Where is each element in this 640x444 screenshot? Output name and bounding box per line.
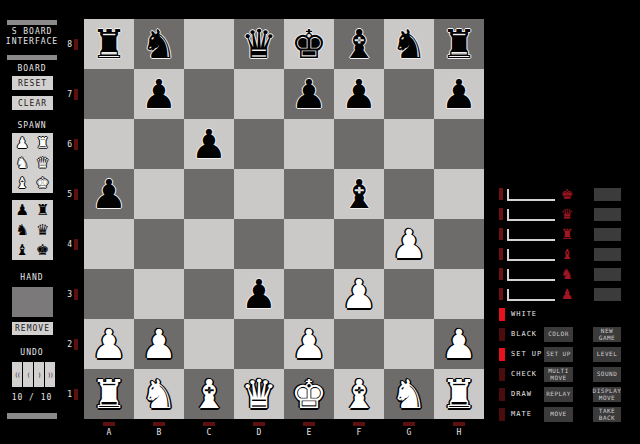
pawn-counter-track bbox=[507, 289, 555, 301]
queen-counter-indicator bbox=[499, 208, 503, 220]
square-d5[interactable] bbox=[234, 169, 284, 219]
bishop-counter-track bbox=[507, 249, 555, 261]
square-f5[interactable]: ♝ bbox=[334, 169, 384, 219]
black-pawn: ♟ bbox=[241, 269, 277, 319]
knight-counter-display[interactable] bbox=[594, 268, 621, 281]
square-f8[interactable]: ♝ bbox=[334, 19, 384, 69]
black-knight: ♞ bbox=[391, 19, 427, 69]
square-d4[interactable] bbox=[234, 219, 284, 269]
file-tick bbox=[303, 422, 315, 426]
square-d6[interactable] bbox=[234, 119, 284, 169]
square-h8[interactable]: ♜ bbox=[434, 19, 484, 69]
square-e4[interactable] bbox=[284, 219, 334, 269]
file-tick bbox=[453, 422, 465, 426]
square-e2[interactable]: ♟ bbox=[284, 319, 334, 369]
square-c5[interactable] bbox=[184, 169, 234, 219]
square-g6[interactable] bbox=[384, 119, 434, 169]
replay-button[interactable]: REPLAY bbox=[544, 387, 573, 402]
rank-label-row-7: 7 bbox=[58, 69, 78, 119]
spawn-black-bishop[interactable]: ♝ bbox=[12, 240, 33, 260]
white-king: ♚ bbox=[291, 369, 327, 419]
rank-tick bbox=[74, 89, 78, 100]
square-a1[interactable]: ♜ bbox=[84, 369, 134, 419]
white-rook: ♜ bbox=[441, 369, 477, 419]
black-bishop: ♝ bbox=[341, 169, 377, 219]
file-label: F bbox=[357, 428, 362, 437]
rank-label: 1 bbox=[67, 390, 72, 399]
square-a3[interactable] bbox=[84, 269, 134, 319]
pawn-counter-indicator bbox=[499, 288, 503, 300]
black-pawn: ♟ bbox=[341, 69, 377, 119]
file-label: D bbox=[257, 428, 262, 437]
square-a7[interactable] bbox=[84, 69, 134, 119]
square-a6[interactable] bbox=[84, 119, 134, 169]
square-g4[interactable]: ♟ bbox=[384, 219, 434, 269]
square-b8[interactable]: ♞ bbox=[134, 19, 184, 69]
square-b6[interactable] bbox=[134, 119, 184, 169]
square-c3[interactable] bbox=[184, 269, 234, 319]
square-d1[interactable]: ♛ bbox=[234, 369, 284, 419]
rank-label-row-2: 2 bbox=[58, 319, 78, 369]
rank-tick bbox=[74, 289, 78, 300]
square-b2[interactable]: ♟ bbox=[134, 319, 184, 369]
rank-label: 7 bbox=[67, 90, 72, 99]
clear-button[interactable]: CLEAR bbox=[12, 96, 53, 110]
square-c7[interactable] bbox=[184, 69, 234, 119]
square-c6[interactable]: ♟ bbox=[184, 119, 234, 169]
square-b4[interactable] bbox=[134, 219, 184, 269]
queen-icon: ♛ bbox=[557, 208, 577, 221]
move-button[interactable]: MOVE bbox=[544, 407, 573, 422]
file-label-col-a: A bbox=[84, 419, 134, 437]
app-title: S BOARD INTERFACE bbox=[0, 27, 64, 47]
black-rook: ♜ bbox=[441, 19, 477, 69]
square-d2[interactable] bbox=[234, 319, 284, 369]
file-tick bbox=[203, 422, 215, 426]
set-up-indicator-light bbox=[499, 348, 505, 361]
black-bishop: ♝ bbox=[341, 19, 377, 69]
draw-indicator-label: DRAW bbox=[511, 388, 532, 401]
square-f7[interactable]: ♟ bbox=[334, 69, 384, 119]
rook-counter-track bbox=[507, 229, 555, 241]
white-bishop: ♝ bbox=[341, 369, 377, 419]
square-g8[interactable]: ♞ bbox=[384, 19, 434, 69]
redo-button[interactable]: ) bbox=[34, 362, 44, 387]
white-bishop: ♝ bbox=[191, 369, 227, 419]
black-pawn: ♟ bbox=[141, 69, 177, 119]
square-b7[interactable]: ♟ bbox=[134, 69, 184, 119]
board-section-label: BOARD bbox=[0, 64, 64, 73]
bishop-icon: ♝ bbox=[557, 248, 577, 261]
rank-tick bbox=[74, 239, 78, 250]
king-counter-track bbox=[507, 189, 555, 201]
draw-indicator-light bbox=[499, 388, 505, 401]
square-g1[interactable]: ♞ bbox=[384, 369, 434, 419]
sidebar-top-divider bbox=[7, 20, 57, 25]
white-rook: ♜ bbox=[91, 369, 127, 419]
square-a5[interactable]: ♟ bbox=[84, 169, 134, 219]
rank-tick bbox=[74, 39, 78, 50]
app-title-line1: S BOARD bbox=[0, 27, 64, 37]
white-indicator-light bbox=[499, 308, 505, 321]
square-c4[interactable] bbox=[184, 219, 234, 269]
square-a2[interactable]: ♟ bbox=[84, 319, 134, 369]
square-a4[interactable] bbox=[84, 219, 134, 269]
rank-tick bbox=[74, 139, 78, 150]
square-e3[interactable] bbox=[284, 269, 334, 319]
mate-indicator-light bbox=[499, 408, 505, 421]
multi-move-button[interactable]: MULTI MOVE bbox=[544, 367, 573, 382]
square-e8[interactable]: ♚ bbox=[284, 19, 334, 69]
square-c2[interactable] bbox=[184, 319, 234, 369]
square-f2[interactable] bbox=[334, 319, 384, 369]
file-label-col-d: D bbox=[234, 419, 284, 437]
file-tick bbox=[153, 422, 165, 426]
undo-counter: 10 / 10 bbox=[0, 393, 64, 402]
rook-counter-indicator bbox=[499, 228, 503, 240]
black-knight: ♞ bbox=[141, 19, 177, 69]
set-up-indicator-label: SET UP bbox=[511, 348, 542, 361]
spawn-black-queen[interactable]: ♛ bbox=[33, 220, 54, 240]
square-e6[interactable] bbox=[284, 119, 334, 169]
hand-section-label: HAND bbox=[0, 273, 64, 282]
hand-slot[interactable] bbox=[12, 287, 53, 317]
square-h1[interactable]: ♜ bbox=[434, 369, 484, 419]
black-queen: ♛ bbox=[241, 19, 277, 69]
file-tick bbox=[403, 422, 415, 426]
knight-counter-track bbox=[507, 269, 555, 281]
file-label-col-h: H bbox=[434, 419, 484, 437]
rank-tick bbox=[74, 189, 78, 200]
spawn-white-knight[interactable]: ♞ bbox=[12, 153, 33, 173]
rank-label-row-3: 3 bbox=[58, 269, 78, 319]
check-indicator-light bbox=[499, 368, 505, 381]
black-pawn: ♟ bbox=[91, 169, 127, 219]
square-a8[interactable]: ♜ bbox=[84, 19, 134, 69]
king-counter-indicator bbox=[499, 188, 503, 200]
square-h4[interactable] bbox=[434, 219, 484, 269]
check-indicator-label: CHECK bbox=[511, 368, 537, 381]
new-game-button[interactable]: NEW GAME bbox=[593, 327, 621, 342]
rook-counter-display[interactable] bbox=[594, 228, 621, 241]
white-pawn: ♟ bbox=[141, 319, 177, 369]
remove-button[interactable]: REMOVE bbox=[12, 322, 53, 335]
take-back-button[interactable]: TAKE BACK bbox=[593, 407, 621, 422]
square-d3[interactable]: ♟ bbox=[234, 269, 284, 319]
square-d7[interactable] bbox=[234, 69, 284, 119]
white-queen: ♛ bbox=[241, 369, 277, 419]
white-indicator-label: WHITE bbox=[511, 308, 537, 321]
black-rook: ♜ bbox=[91, 19, 127, 69]
file-tick bbox=[103, 422, 115, 426]
level-button[interactable]: LEVEL bbox=[593, 347, 621, 362]
white-knight: ♞ bbox=[391, 369, 427, 419]
rank-label-row-4: 4 bbox=[58, 219, 78, 269]
white-pawn: ♟ bbox=[291, 319, 327, 369]
pawn-counter-display[interactable] bbox=[594, 288, 621, 301]
square-e1[interactable]: ♚ bbox=[284, 369, 334, 419]
queen-counter-track bbox=[507, 209, 555, 221]
square-b5[interactable] bbox=[134, 169, 184, 219]
knight-counter-indicator bbox=[499, 268, 503, 280]
file-label-col-b: B bbox=[134, 419, 184, 437]
square-g3[interactable] bbox=[384, 269, 434, 319]
rank-tick bbox=[74, 389, 78, 400]
undo-button[interactable]: ( bbox=[23, 362, 33, 387]
square-c8[interactable] bbox=[184, 19, 234, 69]
undo-controls: ((())) bbox=[12, 362, 55, 387]
black-indicator-light bbox=[499, 328, 505, 341]
sound-button[interactable]: SOUND bbox=[593, 367, 621, 382]
spawn-black-king[interactable]: ♚ bbox=[33, 240, 54, 260]
rank-label: 4 bbox=[67, 240, 72, 249]
queen-counter-display[interactable] bbox=[594, 208, 621, 221]
spawn-black-pawn[interactable]: ♟ bbox=[12, 200, 33, 220]
square-b1[interactable]: ♞ bbox=[134, 369, 184, 419]
black-pawn: ♟ bbox=[191, 119, 227, 169]
rank-label: 2 bbox=[67, 340, 72, 349]
square-f4[interactable] bbox=[334, 219, 384, 269]
file-label-col-g: G bbox=[384, 419, 434, 437]
mate-indicator-label: MATE bbox=[511, 408, 532, 421]
file-tick bbox=[353, 422, 365, 426]
square-b3[interactable] bbox=[134, 269, 184, 319]
white-pawn: ♟ bbox=[91, 319, 127, 369]
black-king: ♚ bbox=[291, 19, 327, 69]
square-f1[interactable]: ♝ bbox=[334, 369, 384, 419]
reset-button[interactable]: RESET bbox=[12, 76, 53, 90]
spawn-white-queen[interactable]: ♛ bbox=[33, 153, 54, 173]
sidebar-divider bbox=[7, 55, 57, 60]
undo-all-button[interactable]: (( bbox=[12, 362, 22, 387]
file-label: B bbox=[157, 428, 162, 437]
file-label-col-c: C bbox=[184, 419, 234, 437]
rank-label: 8 bbox=[67, 40, 72, 49]
black-pawn: ♟ bbox=[291, 69, 327, 119]
rank-label: 6 bbox=[67, 140, 72, 149]
rank-label-row-6: 6 bbox=[58, 119, 78, 169]
chess-board: ♜♞♛♚♝♞♜♟♟♟♟♟♟♝♟♟♟♟♟♟♟♜♞♝♛♚♝♞♜ bbox=[84, 19, 484, 419]
spawn-section-label: SPAWN bbox=[0, 121, 64, 130]
rank-label: 5 bbox=[67, 190, 72, 199]
file-label: G bbox=[407, 428, 412, 437]
king-counter-display[interactable] bbox=[594, 188, 621, 201]
display-move-button[interactable]: DISPLAY MOVE bbox=[593, 387, 621, 402]
spawn-white-pawn[interactable]: ♟ bbox=[12, 133, 33, 153]
bishop-counter-display[interactable] bbox=[594, 248, 621, 261]
redo-all-button[interactable]: )) bbox=[45, 362, 55, 387]
white-pawn: ♟ bbox=[341, 269, 377, 319]
spawn-palette-white: ♟♜♞♛♝♚ bbox=[12, 133, 53, 193]
white-pawn: ♟ bbox=[391, 219, 427, 269]
rank-label-row-1: 1 bbox=[58, 369, 78, 419]
rank-label-row-8: 8 bbox=[58, 19, 78, 69]
pawn-icon: ♟ bbox=[557, 288, 577, 301]
set-up-button[interactable]: SET UP bbox=[544, 347, 573, 362]
spawn-white-bishop[interactable]: ♝ bbox=[12, 173, 33, 193]
rook-icon: ♜ bbox=[557, 228, 577, 241]
spawn-palette-black: ♟♜♞♛♝♚ bbox=[12, 200, 53, 260]
black-pawn: ♟ bbox=[441, 69, 477, 119]
spawn-black-knight[interactable]: ♞ bbox=[12, 220, 33, 240]
square-e7[interactable]: ♟ bbox=[284, 69, 334, 119]
chess-board-interface: S BOARD INTERFACE BOARD RESET CLEAR SPAW… bbox=[0, 0, 640, 444]
spawn-white-king[interactable]: ♚ bbox=[33, 173, 54, 193]
app-title-line2: INTERFACE bbox=[0, 37, 64, 47]
spawn-black-rook[interactable]: ♜ bbox=[33, 200, 54, 220]
square-d8[interactable]: ♛ bbox=[234, 19, 284, 69]
square-h6[interactable] bbox=[434, 119, 484, 169]
square-f3[interactable]: ♟ bbox=[334, 269, 384, 319]
square-f6[interactable] bbox=[334, 119, 384, 169]
file-label-col-e: E bbox=[284, 419, 334, 437]
square-g7[interactable] bbox=[384, 69, 434, 119]
rank-label-row-5: 5 bbox=[58, 169, 78, 219]
rank-label: 3 bbox=[67, 290, 72, 299]
square-h7[interactable]: ♟ bbox=[434, 69, 484, 119]
knight-icon: ♞ bbox=[557, 268, 577, 281]
king-icon: ♚ bbox=[557, 188, 577, 201]
square-g5[interactable] bbox=[384, 169, 434, 219]
sidebar-bottom-divider bbox=[7, 413, 57, 419]
white-pawn: ♟ bbox=[441, 319, 477, 369]
color-button[interactable]: COLOR bbox=[544, 327, 573, 342]
file-label: H bbox=[457, 428, 462, 437]
square-h2[interactable]: ♟ bbox=[434, 319, 484, 369]
undo-section-label: UNDO bbox=[0, 348, 64, 357]
file-label: C bbox=[207, 428, 212, 437]
file-label: A bbox=[107, 428, 112, 437]
rank-tick bbox=[74, 339, 78, 350]
bishop-counter-indicator bbox=[499, 248, 503, 260]
file-label: E bbox=[307, 428, 312, 437]
square-e5[interactable] bbox=[284, 169, 334, 219]
file-label-col-f: F bbox=[334, 419, 384, 437]
white-knight: ♞ bbox=[141, 369, 177, 419]
black-indicator-label: BLACK bbox=[511, 328, 537, 341]
square-h3[interactable] bbox=[434, 269, 484, 319]
square-h5[interactable] bbox=[434, 169, 484, 219]
square-g2[interactable] bbox=[384, 319, 434, 369]
spawn-white-rook[interactable]: ♜ bbox=[33, 133, 54, 153]
file-tick bbox=[253, 422, 265, 426]
square-c1[interactable]: ♝ bbox=[184, 369, 234, 419]
